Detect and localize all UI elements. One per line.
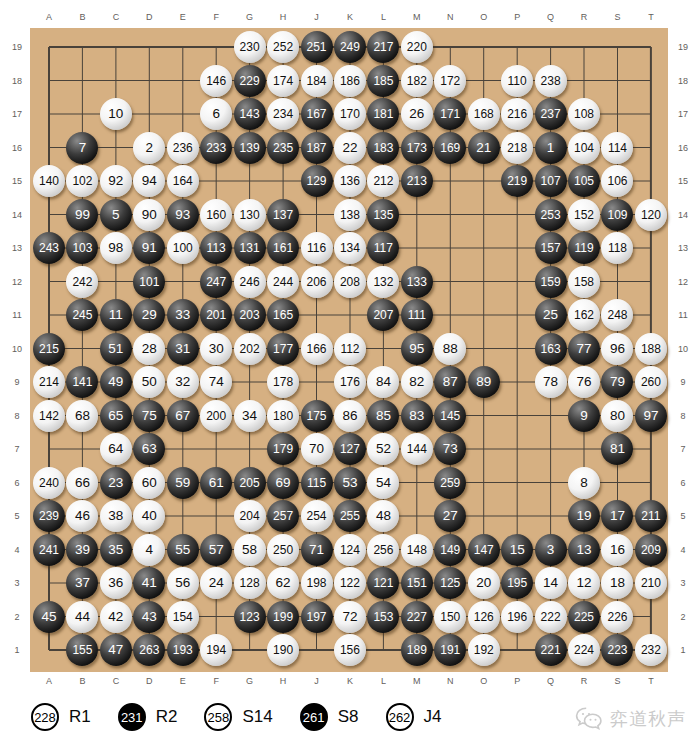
stone-O9[interactable]: 89 [468, 366, 500, 398]
stone-R2[interactable]: 225 [568, 601, 600, 633]
col-label-bottom-S: S [614, 676, 620, 686]
stone-F16[interactable]: 233 [200, 132, 232, 164]
row-label-right-3: 3 [680, 578, 685, 588]
stone-J8[interactable]: 175 [301, 400, 333, 432]
stone-K6[interactable]: 53 [334, 467, 366, 499]
stone-C6[interactable]: 23 [100, 467, 132, 499]
stone-B5[interactable]: 46 [66, 500, 98, 532]
stone-Q9[interactable]: 78 [535, 366, 567, 398]
stone-D6[interactable]: 60 [133, 467, 165, 499]
stone-S15[interactable]: 106 [601, 165, 633, 197]
stone-S5[interactable]: 17 [601, 500, 633, 532]
stone-S2[interactable]: 226 [601, 601, 633, 633]
stone-K14[interactable]: 138 [334, 199, 366, 231]
stone-K9[interactable]: 176 [334, 366, 366, 398]
stone-J18[interactable]: 184 [301, 65, 333, 97]
stone-H9[interactable]: 178 [267, 366, 299, 398]
stone-D15[interactable]: 94 [133, 165, 165, 197]
stone-P15[interactable]: 219 [501, 165, 533, 197]
stone-F18[interactable]: 146 [200, 65, 232, 97]
stone-Q10[interactable]: 163 [535, 333, 567, 365]
move-caption: 228R1231R2258S14261S8262J4 [31, 701, 468, 733]
stone-D5[interactable]: 40 [133, 500, 165, 532]
stone-J13[interactable]: 116 [301, 232, 333, 264]
stone-C2[interactable]: 42 [100, 601, 132, 633]
stone-G2[interactable]: 123 [234, 601, 266, 633]
stone-H12[interactable]: 244 [267, 266, 299, 298]
stone-K4[interactable]: 124 [334, 534, 366, 566]
stone-Q13[interactable]: 157 [535, 232, 567, 264]
wechat-icon [574, 706, 604, 732]
stone-D4[interactable]: 4 [133, 534, 165, 566]
stone-F1[interactable]: 194 [200, 634, 232, 666]
stone-R16[interactable]: 104 [568, 132, 600, 164]
stone-F4[interactable]: 57 [200, 534, 232, 566]
stone-D12[interactable]: 101 [133, 266, 165, 298]
stone-L5[interactable]: 48 [367, 500, 399, 532]
stone-R11[interactable]: 162 [568, 299, 600, 331]
stone-D14[interactable]: 90 [133, 199, 165, 231]
stone-H13[interactable]: 161 [267, 232, 299, 264]
stone-T10[interactable]: 188 [635, 333, 667, 365]
row-label-right-17: 17 [678, 109, 688, 119]
stone-J5[interactable]: 254 [301, 500, 333, 532]
stone-B1[interactable]: 155 [66, 634, 98, 666]
stone-N17[interactable]: 171 [434, 98, 466, 130]
stone-B11[interactable]: 245 [66, 299, 98, 331]
stone-Q11[interactable]: 25 [535, 299, 567, 331]
stone-E11[interactable]: 33 [167, 299, 199, 331]
stone-F13[interactable]: 113 [200, 232, 232, 264]
stone-B4[interactable]: 39 [66, 534, 98, 566]
row-label-left-13: 13 [12, 243, 22, 253]
stone-L4[interactable]: 256 [367, 534, 399, 566]
stone-R13[interactable]: 119 [568, 232, 600, 264]
stone-K15[interactable]: 136 [334, 165, 366, 197]
col-label-top-T: T [648, 12, 654, 22]
row-label-right-13: 13 [678, 243, 688, 253]
stone-G14[interactable]: 130 [234, 199, 266, 231]
stone-C7[interactable]: 64 [100, 433, 132, 465]
stone-D8[interactable]: 75 [133, 400, 165, 432]
stone-C5[interactable]: 38 [100, 500, 132, 532]
stone-C13[interactable]: 98 [100, 232, 132, 264]
caption-move-262: 262J4 [386, 703, 442, 731]
stone-G12[interactable]: 246 [234, 266, 266, 298]
stone-L11[interactable]: 207 [367, 299, 399, 331]
stone-F8[interactable]: 200 [200, 400, 232, 432]
stone-M19[interactable]: 220 [401, 31, 433, 63]
stone-L15[interactable]: 212 [367, 165, 399, 197]
stone-D13[interactable]: 91 [133, 232, 165, 264]
stone-C9[interactable]: 49 [100, 366, 132, 398]
stone-G4[interactable]: 58 [234, 534, 266, 566]
stone-K7[interactable]: 127 [334, 433, 366, 465]
stone-P16[interactable]: 218 [501, 132, 533, 164]
caption-point-261: S8 [338, 707, 359, 727]
stone-R5[interactable]: 19 [568, 500, 600, 532]
stone-P18[interactable]: 110 [501, 65, 533, 97]
caption-move-228: 228R1 [31, 703, 91, 731]
stone-J6[interactable]: 115 [301, 467, 333, 499]
stone-P17[interactable]: 216 [501, 98, 533, 130]
col-label-top-S: S [614, 12, 620, 22]
stone-R1[interactable]: 224 [568, 634, 600, 666]
stone-L19[interactable]: 217 [367, 31, 399, 63]
stone-C8[interactable]: 65 [100, 400, 132, 432]
stone-F11[interactable]: 201 [200, 299, 232, 331]
stone-D10[interactable]: 28 [133, 333, 165, 365]
stone-R9[interactable]: 76 [568, 366, 600, 398]
stone-M15[interactable]: 213 [401, 165, 433, 197]
stone-N8[interactable]: 145 [434, 400, 466, 432]
stone-M9[interactable]: 82 [401, 366, 433, 398]
stone-D16[interactable]: 2 [133, 132, 165, 164]
stone-M17[interactable]: 26 [401, 98, 433, 130]
stone-A9[interactable]: 214 [33, 366, 65, 398]
col-label-bottom-B: B [79, 676, 85, 686]
stone-K3[interactable]: 122 [334, 567, 366, 599]
stone-K10[interactable]: 112 [334, 333, 366, 365]
stone-L16[interactable]: 183 [367, 132, 399, 164]
stone-M18[interactable]: 182 [401, 65, 433, 97]
stone-H3[interactable]: 62 [267, 567, 299, 599]
col-label-bottom-D: D [146, 676, 153, 686]
row-label-right-15: 15 [678, 176, 688, 186]
logo: 弈道秋声 [574, 706, 686, 732]
stone-J2[interactable]: 197 [301, 601, 333, 633]
stone-E1[interactable]: 193 [167, 634, 199, 666]
stone-S14[interactable]: 109 [601, 199, 633, 231]
col-label-bottom-P: P [514, 676, 520, 686]
col-label-top-C: C [113, 12, 120, 22]
stone-F9[interactable]: 74 [200, 366, 232, 398]
stone-J4[interactable]: 71 [301, 534, 333, 566]
col-label-top-F: F [213, 12, 219, 22]
stone-M2[interactable]: 227 [401, 601, 433, 633]
stone-A15[interactable]: 140 [33, 165, 65, 197]
stone-K1[interactable]: 156 [334, 634, 366, 666]
col-label-bottom-N: N [447, 676, 454, 686]
stone-M11[interactable]: 111 [401, 299, 433, 331]
stone-P4[interactable]: 15 [501, 534, 533, 566]
stone-E6[interactable]: 59 [167, 467, 199, 499]
stone-O4[interactable]: 147 [468, 534, 500, 566]
stone-C15[interactable]: 92 [100, 165, 132, 197]
stone-S13[interactable]: 118 [601, 232, 633, 264]
col-label-bottom-T: T [648, 676, 654, 686]
stone-N1[interactable]: 191 [434, 634, 466, 666]
row-label-left-7: 7 [14, 444, 19, 454]
logo-text: 弈道秋声 [610, 707, 686, 731]
stone-H16[interactable]: 235 [267, 132, 299, 164]
stone-D9[interactable]: 50 [133, 366, 165, 398]
row-label-left-6: 6 [14, 478, 19, 488]
stone-Q3[interactable]: 14 [535, 567, 567, 599]
stone-P3[interactable]: 195 [501, 567, 533, 599]
stone-Q2[interactable]: 222 [535, 601, 567, 633]
stone-H19[interactable]: 252 [267, 31, 299, 63]
stone-M3[interactable]: 151 [401, 567, 433, 599]
stone-L7[interactable]: 52 [367, 433, 399, 465]
stone-F3[interactable]: 24 [200, 567, 232, 599]
stone-H1[interactable]: 190 [267, 634, 299, 666]
stone-H11[interactable]: 165 [267, 299, 299, 331]
stone-N5[interactable]: 27 [434, 500, 466, 532]
stone-R10[interactable]: 77 [568, 333, 600, 365]
stone-A6[interactable]: 240 [33, 467, 65, 499]
row-label-left-15: 15 [12, 176, 22, 186]
stone-R3[interactable]: 12 [568, 567, 600, 599]
stone-C1[interactable]: 47 [100, 634, 132, 666]
stone-B9[interactable]: 141 [66, 366, 98, 398]
stone-L13[interactable]: 117 [367, 232, 399, 264]
stone-S8[interactable]: 80 [601, 400, 633, 432]
stone-G18[interactable]: 229 [234, 65, 266, 97]
caption-move-261: 261S8 [300, 703, 359, 731]
stone-K18[interactable]: 186 [334, 65, 366, 97]
stone-Q16[interactable]: 1 [535, 132, 567, 164]
stone-Q17[interactable]: 237 [535, 98, 567, 130]
stone-C4[interactable]: 35 [100, 534, 132, 566]
stone-D11[interactable]: 29 [133, 299, 165, 331]
stone-G19[interactable]: 230 [234, 31, 266, 63]
stone-M7[interactable]: 144 [401, 433, 433, 465]
stone-G6[interactable]: 205 [234, 467, 266, 499]
stone-N7[interactable]: 73 [434, 433, 466, 465]
stone-C10[interactable]: 51 [100, 333, 132, 365]
stone-B8[interactable]: 68 [66, 400, 98, 432]
stone-E13[interactable]: 100 [167, 232, 199, 264]
stone-N16[interactable]: 169 [434, 132, 466, 164]
stone-Q12[interactable]: 159 [535, 266, 567, 298]
stone-Q4[interactable]: 3 [535, 534, 567, 566]
stone-E9[interactable]: 32 [167, 366, 199, 398]
stone-E16[interactable]: 236 [167, 132, 199, 164]
stone-O3[interactable]: 20 [468, 567, 500, 599]
row-label-right-19: 19 [678, 42, 688, 52]
stone-K5[interactable]: 255 [334, 500, 366, 532]
stone-J15[interactable]: 129 [301, 165, 333, 197]
stone-N4[interactable]: 149 [434, 534, 466, 566]
stone-R14[interactable]: 152 [568, 199, 600, 231]
stone-G3[interactable]: 128 [234, 567, 266, 599]
col-label-bottom-E: E [180, 676, 186, 686]
stone-F12[interactable]: 247 [200, 266, 232, 298]
stone-J12[interactable]: 206 [301, 266, 333, 298]
stone-C17[interactable]: 10 [100, 98, 132, 130]
col-label-top-O: O [480, 12, 487, 22]
stone-M10[interactable]: 95 [401, 333, 433, 365]
stone-M16[interactable]: 173 [401, 132, 433, 164]
stone-G17[interactable]: 143 [234, 98, 266, 130]
stone-R8[interactable]: 9 [568, 400, 600, 432]
stone-S11[interactable]: 248 [601, 299, 633, 331]
stone-H6[interactable]: 69 [267, 467, 299, 499]
stone-K8[interactable]: 86 [334, 400, 366, 432]
stone-T1[interactable]: 232 [635, 634, 667, 666]
caption-stone-231: 231 [118, 703, 146, 731]
stone-G10[interactable]: 202 [234, 333, 266, 365]
stone-C14[interactable]: 5 [100, 199, 132, 231]
stone-S3[interactable]: 18 [601, 567, 633, 599]
stone-B14[interactable]: 99 [66, 199, 98, 231]
col-label-top-P: P [514, 12, 520, 22]
stone-T4[interactable]: 209 [635, 534, 667, 566]
stone-L17[interactable]: 181 [367, 98, 399, 130]
stone-D3[interactable]: 41 [133, 567, 165, 599]
stone-H2[interactable]: 199 [267, 601, 299, 633]
stone-S4[interactable]: 16 [601, 534, 633, 566]
stone-R15[interactable]: 105 [568, 165, 600, 197]
stone-K16[interactable]: 22 [334, 132, 366, 164]
stone-F14[interactable]: 160 [200, 199, 232, 231]
stone-N6[interactable]: 259 [434, 467, 466, 499]
stone-J10[interactable]: 166 [301, 333, 333, 365]
stone-H7[interactable]: 179 [267, 433, 299, 465]
stone-R4[interactable]: 13 [568, 534, 600, 566]
stone-M12[interactable]: 133 [401, 266, 433, 298]
stone-K17[interactable]: 170 [334, 98, 366, 130]
stone-S16[interactable]: 114 [601, 132, 633, 164]
stone-E10[interactable]: 31 [167, 333, 199, 365]
stone-K19[interactable]: 249 [334, 31, 366, 63]
stone-R12[interactable]: 158 [568, 266, 600, 298]
stone-K2[interactable]: 72 [334, 601, 366, 633]
stone-D1[interactable]: 263 [133, 634, 165, 666]
stone-B16[interactable]: 7 [66, 132, 98, 164]
stone-C11[interactable]: 11 [100, 299, 132, 331]
stone-H14[interactable]: 137 [267, 199, 299, 231]
stone-H4[interactable]: 250 [267, 534, 299, 566]
stone-T3[interactable]: 210 [635, 567, 667, 599]
stone-P2[interactable]: 196 [501, 601, 533, 633]
stone-G11[interactable]: 203 [234, 299, 266, 331]
stone-R6[interactable]: 8 [568, 467, 600, 499]
stone-H18[interactable]: 174 [267, 65, 299, 97]
stone-A5[interactable]: 239 [33, 500, 65, 532]
stone-B15[interactable]: 102 [66, 165, 98, 197]
stone-J16[interactable]: 187 [301, 132, 333, 164]
stone-H10[interactable]: 177 [267, 333, 299, 365]
stone-S10[interactable]: 96 [601, 333, 633, 365]
stone-L8[interactable]: 85 [367, 400, 399, 432]
stone-B13[interactable]: 103 [66, 232, 98, 264]
stone-E8[interactable]: 67 [167, 400, 199, 432]
stone-R17[interactable]: 108 [568, 98, 600, 130]
stone-D7[interactable]: 63 [133, 433, 165, 465]
stone-G8[interactable]: 34 [234, 400, 266, 432]
stone-N2[interactable]: 150 [434, 601, 466, 633]
stone-L2[interactable]: 153 [367, 601, 399, 633]
stone-B2[interactable]: 44 [66, 601, 98, 633]
stone-E2[interactable]: 154 [167, 601, 199, 633]
stone-L9[interactable]: 84 [367, 366, 399, 398]
stone-K13[interactable]: 134 [334, 232, 366, 264]
stone-C3[interactable]: 36 [100, 567, 132, 599]
stone-G5[interactable]: 204 [234, 500, 266, 532]
stone-B12[interactable]: 242 [66, 266, 98, 298]
stone-A8[interactable]: 142 [33, 400, 65, 432]
row-label-left-9: 9 [14, 377, 19, 387]
stone-N18[interactable]: 172 [434, 65, 466, 97]
col-label-bottom-K: K [347, 676, 353, 686]
stone-O17[interactable]: 168 [468, 98, 500, 130]
stone-H5[interactable]: 257 [267, 500, 299, 532]
stone-D2[interactable]: 43 [133, 601, 165, 633]
stone-L12[interactable]: 132 [367, 266, 399, 298]
row-label-right-1: 1 [680, 645, 685, 655]
stone-A10[interactable]: 215 [33, 333, 65, 365]
stone-T5[interactable]: 211 [635, 500, 667, 532]
stone-E3[interactable]: 56 [167, 567, 199, 599]
stone-Q15[interactable]: 107 [535, 165, 567, 197]
stone-B6[interactable]: 66 [66, 467, 98, 499]
stone-F10[interactable]: 30 [200, 333, 232, 365]
stone-O1[interactable]: 192 [468, 634, 500, 666]
stone-N9[interactable]: 87 [434, 366, 466, 398]
stone-T14[interactable]: 120 [635, 199, 667, 231]
stone-T9[interactable]: 260 [635, 366, 667, 398]
stone-M1[interactable]: 189 [401, 634, 433, 666]
stone-F17[interactable]: 6 [200, 98, 232, 130]
row-label-left-18: 18 [12, 76, 22, 86]
stone-O2[interactable]: 126 [468, 601, 500, 633]
stone-E15[interactable]: 164 [167, 165, 199, 197]
stone-A4[interactable]: 241 [33, 534, 65, 566]
stone-B3[interactable]: 37 [66, 567, 98, 599]
stone-N3[interactable]: 125 [434, 567, 466, 599]
stone-S7[interactable]: 81 [601, 433, 633, 465]
stone-S1[interactable]: 223 [601, 634, 633, 666]
stone-O16[interactable]: 21 [468, 132, 500, 164]
stone-Q18[interactable]: 238 [535, 65, 567, 97]
stone-M4[interactable]: 148 [401, 534, 433, 566]
stone-H17[interactable]: 234 [267, 98, 299, 130]
col-label-top-G: G [246, 12, 253, 22]
stone-E14[interactable]: 93 [167, 199, 199, 231]
stone-Q1[interactable]: 221 [535, 634, 567, 666]
row-label-right-5: 5 [680, 511, 685, 521]
stone-Q14[interactable]: 253 [535, 199, 567, 231]
row-label-left-5: 5 [14, 511, 19, 521]
stone-S9[interactable]: 79 [601, 366, 633, 398]
row-label-left-16: 16 [12, 143, 22, 153]
stone-J7[interactable]: 70 [301, 433, 333, 465]
stone-K12[interactable]: 208 [334, 266, 366, 298]
stone-H8[interactable]: 180 [267, 400, 299, 432]
col-label-top-M: M [413, 12, 421, 22]
stone-A2[interactable]: 45 [33, 601, 65, 633]
stone-L18[interactable]: 185 [367, 65, 399, 97]
col-label-bottom-L: L [381, 676, 386, 686]
stone-T8[interactable]: 97 [635, 400, 667, 432]
stone-J3[interactable]: 198 [301, 567, 333, 599]
stone-J19[interactable]: 251 [301, 31, 333, 63]
stone-F6[interactable]: 61 [200, 467, 232, 499]
stone-G13[interactable]: 131 [234, 232, 266, 264]
stone-L14[interactable]: 135 [367, 199, 399, 231]
stone-L3[interactable]: 121 [367, 567, 399, 599]
stone-M8[interactable]: 83 [401, 400, 433, 432]
stone-L6[interactable]: 54 [367, 467, 399, 499]
stone-N10[interactable]: 88 [434, 333, 466, 365]
stone-E4[interactable]: 55 [167, 534, 199, 566]
stone-J17[interactable]: 167 [301, 98, 333, 130]
caption-stone-261: 261 [300, 703, 328, 731]
stone-A13[interactable]: 243 [33, 232, 65, 264]
stone-G16[interactable]: 139 [234, 132, 266, 164]
